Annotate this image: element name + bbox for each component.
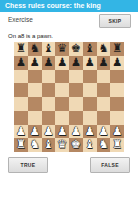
board-square [110, 111, 124, 125]
piece-black-pawn: ♟ [16, 56, 26, 70]
board-square [14, 70, 28, 84]
board-square: ♞ [97, 42, 111, 56]
board-square [42, 111, 56, 125]
board-square [83, 83, 97, 97]
exercise-statement: On a8 is a pawn. [0, 32, 138, 41]
board-square: ♝ [83, 42, 97, 56]
board-square [97, 83, 111, 97]
board-square: ♚ [69, 138, 83, 152]
skip-button[interactable]: SKIP [99, 14, 131, 28]
board-square: ♝ [42, 138, 56, 152]
piece-white-pawn: ♟ [98, 125, 108, 139]
board-square: ♟ [55, 56, 69, 70]
board-square [97, 111, 111, 125]
piece-white-knight: ♞ [29, 138, 39, 152]
board-square: ♛ [55, 138, 69, 152]
board-square: ♟ [14, 56, 28, 70]
board-square: ♝ [42, 42, 56, 56]
piece-white-rook: ♜ [16, 138, 26, 152]
piece-white-pawn: ♟ [16, 125, 26, 139]
piece-white-pawn: ♟ [29, 125, 39, 139]
exercise-header: Exercise SKIP [0, 12, 138, 32]
board-square: ♞ [28, 138, 42, 152]
piece-white-pawn: ♟ [112, 125, 122, 139]
board-square: ♜ [14, 138, 28, 152]
piece-white-pawn: ♟ [71, 125, 81, 139]
piece-white-king: ♚ [71, 138, 81, 152]
board-square: ♟ [28, 125, 42, 139]
board-square: ♞ [28, 42, 42, 56]
board-square [110, 70, 124, 84]
board-square [97, 97, 111, 111]
board-square [42, 83, 56, 97]
piece-black-pawn: ♟ [84, 56, 94, 70]
piece-white-pawn: ♟ [43, 125, 53, 139]
board-square [14, 83, 28, 97]
board-square [14, 97, 28, 111]
board-square: ♟ [110, 125, 124, 139]
board-square: ♜ [110, 138, 124, 152]
piece-black-pawn: ♟ [71, 56, 81, 70]
piece-white-bishop: ♝ [43, 138, 53, 152]
board-square: ♟ [42, 56, 56, 70]
board-square: ♟ [69, 125, 83, 139]
piece-white-pawn: ♟ [84, 125, 94, 139]
board-square [28, 111, 42, 125]
exercise-label: Exercise [8, 16, 33, 23]
piece-white-queen: ♛ [57, 138, 67, 152]
board-square [83, 70, 97, 84]
piece-white-knight: ♞ [98, 138, 108, 152]
board-square [42, 97, 56, 111]
page-title: Chess rules course: the king [5, 2, 101, 9]
piece-black-pawn: ♟ [57, 56, 67, 70]
piece-black-queen: ♛ [57, 42, 67, 56]
piece-white-pawn: ♟ [57, 125, 67, 139]
board-square [28, 97, 42, 111]
app-title-bar: Chess rules course: the king [0, 0, 138, 12]
board-square [14, 111, 28, 125]
answer-buttons: TRUE FALSE [0, 157, 138, 173]
board-square: ♚ [69, 42, 83, 56]
piece-black-pawn: ♟ [43, 56, 53, 70]
board-square: ♟ [42, 125, 56, 139]
board-square [69, 83, 83, 97]
board-square [28, 83, 42, 97]
board-square [83, 111, 97, 125]
piece-white-bishop: ♝ [84, 138, 94, 152]
board-square: ♟ [28, 56, 42, 70]
board-square [69, 111, 83, 125]
piece-black-bishop: ♝ [84, 42, 94, 56]
board-square [83, 97, 97, 111]
board-square: ♜ [14, 42, 28, 56]
false-button[interactable]: FALSE [90, 157, 130, 173]
true-button[interactable]: TRUE [8, 157, 48, 173]
board-square [69, 97, 83, 111]
board-square: ♝ [83, 138, 97, 152]
board-square: ♟ [110, 56, 124, 70]
board-square [55, 83, 69, 97]
board-square [55, 70, 69, 84]
piece-black-knight: ♞ [98, 42, 108, 56]
board-square: ♟ [14, 125, 28, 139]
piece-black-pawn: ♟ [112, 56, 122, 70]
board-square: ♛ [55, 42, 69, 56]
board-square [69, 70, 83, 84]
board-square: ♟ [55, 125, 69, 139]
piece-black-pawn: ♟ [98, 56, 108, 70]
board-square: ♞ [97, 138, 111, 152]
piece-black-knight: ♞ [29, 42, 39, 56]
board-square: ♟ [83, 125, 97, 139]
chess-board: ♜♞♝♛♚♝♞♜♟♟♟♟♟♟♟♟♟♟♟♟♟♟♟♟♜♞♝♛♚♝♞♜ [14, 42, 124, 152]
piece-black-pawn: ♟ [29, 56, 39, 70]
board-square [28, 70, 42, 84]
board-square [55, 97, 69, 111]
piece-black-king: ♚ [71, 42, 81, 56]
board-square: ♜ [110, 42, 124, 56]
board-square [110, 83, 124, 97]
board-square [55, 111, 69, 125]
piece-white-rook: ♜ [112, 138, 122, 152]
piece-black-rook: ♜ [16, 42, 26, 56]
board-square: ♟ [69, 56, 83, 70]
board-square [42, 70, 56, 84]
board-square [97, 70, 111, 84]
board-square: ♟ [97, 56, 111, 70]
board-square: ♟ [97, 125, 111, 139]
board-square: ♟ [83, 56, 97, 70]
piece-black-rook: ♜ [112, 42, 122, 56]
board-square [110, 97, 124, 111]
piece-black-bishop: ♝ [43, 42, 53, 56]
